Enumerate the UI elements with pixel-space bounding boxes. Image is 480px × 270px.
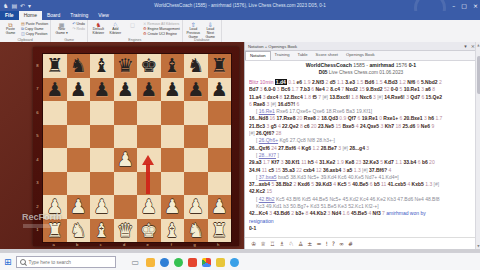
file-label-e: e bbox=[136, 242, 160, 247]
move[interactable]: 14.Rxe6! bbox=[384, 94, 405, 100]
move[interactable]: 4.Bd3 bbox=[384, 79, 398, 85]
Load Next Game-button[interactable]: ⇩Load Next Game bbox=[203, 21, 218, 39]
square-f3[interactable] bbox=[161, 172, 185, 196]
square-b2[interactable]: ♟ bbox=[67, 195, 91, 219]
move[interactable]: Rae8 bbox=[253, 101, 265, 107]
file-label-a: a bbox=[42, 242, 66, 247]
search-placeholder: Type here to search bbox=[29, 260, 71, 265]
piece-white-knight[interactable]: ♞ bbox=[70, 219, 87, 243]
square-h3[interactable] bbox=[208, 172, 232, 196]
Load Previous Game-button[interactable]: ⇧Load Previous Game bbox=[186, 21, 201, 39]
copy-position-icon: ◫ bbox=[21, 31, 25, 36]
move[interactable]: 44.Kb2 bbox=[310, 210, 326, 216]
scroll-up-icon[interactable]: ▲ bbox=[476, 43, 480, 47]
annotation: 1.3 bbox=[352, 167, 362, 173]
move[interactable]: 31.Ke2 bbox=[319, 159, 335, 165]
notation-tabs: NotationTrainingTableScore sheetOpenings… bbox=[245, 51, 480, 61]
start-button[interactable]: ⊞ bbox=[4, 257, 12, 267]
notation-symbol-button[interactable]: ± bbox=[307, 239, 312, 249]
move[interactable]: 29.a3 bbox=[249, 159, 262, 165]
square-c6[interactable] bbox=[90, 101, 114, 125]
move-line: 26...Qxf6 24 27.Bxf6 4 Kg6 1.2 28.Be7 3 … bbox=[249, 145, 473, 152]
move-line: [ 37.bxa5 bxa5 38.Kd3 Nc5+ 39.Kd4 Kc6 40… bbox=[249, 174, 473, 181]
notation-symbol-button[interactable]: ♖ bbox=[270, 239, 275, 249]
square-b4[interactable] bbox=[67, 148, 91, 172]
piece-black-king[interactable]: ♚ bbox=[140, 54, 157, 78]
square-a1[interactable]: ♜ bbox=[43, 219, 67, 243]
annotation: 20 bbox=[310, 123, 318, 129]
notation-symbol-button[interactable]: = bbox=[316, 239, 321, 249]
move[interactable]: 38.Bb2 bbox=[276, 181, 292, 187]
move[interactable]: Kxb5 bbox=[412, 181, 424, 187]
redo-button[interactable]: ↷Redo bbox=[72, 26, 85, 31]
move[interactable]: 19.Re1 bbox=[362, 115, 378, 121]
move[interactable]: 15.Qe2 bbox=[426, 94, 442, 100]
rank-label-2: 2 bbox=[34, 204, 41, 209]
piece-black-pawn[interactable]: ♟ bbox=[46, 78, 63, 102]
move[interactable]: Kd7 bbox=[384, 159, 393, 165]
move[interactable]: 35.a3 bbox=[282, 167, 295, 173]
move[interactable]: Rxe1+ bbox=[383, 115, 398, 121]
piece-black-pawn[interactable]: ♟ bbox=[70, 78, 87, 102]
blank-button[interactable]: ◻ bbox=[125, 21, 140, 28]
move[interactable]: 34.f4 bbox=[249, 167, 260, 173]
move-line: Blitz 10min 1.d4 0.1 e6 1.9 2.Nf3 2 d5 1… bbox=[249, 79, 473, 86]
annotation: 1.8 bbox=[350, 94, 360, 100]
maximize-button[interactable]: ▢ bbox=[461, 0, 467, 11]
move[interactable]: Nxc6 bbox=[360, 94, 372, 100]
move[interactable]: 3.e3 bbox=[345, 79, 355, 85]
scrollbar[interactable]: ▲ ▼ bbox=[475, 42, 480, 249]
move[interactable]: 40.Be5 bbox=[352, 181, 368, 187]
move[interactable]: Qf7 bbox=[348, 115, 356, 121]
square-a6[interactable] bbox=[43, 101, 67, 125]
move-line: 0-1 bbox=[249, 225, 473, 232]
square-d7[interactable]: ♟ bbox=[114, 78, 138, 102]
close-button[interactable]: × bbox=[473, 0, 478, 11]
move[interactable]: 22.Qe2 bbox=[282, 123, 298, 129]
scroll-down-icon[interactable]: ▼ bbox=[476, 244, 480, 248]
button-label: New Game ▾ bbox=[54, 28, 69, 36]
chess-board[interactable]: ♜♞♝♛♚♝♞♜♟♟♟♟♟♟♟♟♟♟♟♟♟♟♟♟♜♞♝♛♚♝♞♜ bbox=[42, 53, 232, 243]
square-c4[interactable] bbox=[90, 148, 114, 172]
piece-black-knight[interactable]: ♞ bbox=[187, 54, 204, 78]
ribbon-tab-board[interactable]: Board bbox=[42, 11, 65, 20]
piece-white-rook[interactable]: ♜ bbox=[211, 219, 228, 243]
notation-symbol-button[interactable]: ♗ bbox=[279, 239, 284, 249]
square-b8[interactable]: ♞ bbox=[67, 54, 91, 78]
adobe-icon[interactable] bbox=[188, 258, 197, 267]
piece-white-king[interactable]: ♚ bbox=[140, 219, 157, 243]
move[interactable]: Bc6 bbox=[281, 86, 290, 92]
square-h6[interactable] bbox=[208, 101, 232, 125]
move[interactable]: Nf3 bbox=[373, 210, 381, 216]
edge-icon[interactable] bbox=[160, 258, 169, 267]
move[interactable]: 39.Kd3 bbox=[315, 181, 331, 187]
square-d3[interactable] bbox=[114, 172, 138, 196]
move[interactable]: 25.d6 bbox=[403, 123, 416, 129]
move-line: 37...axb4 5 38.Bb2 2 Kxd6 5 39.Kd3 4 Kc5… bbox=[249, 181, 473, 188]
square-g5[interactable] bbox=[184, 125, 208, 149]
square-b6[interactable] bbox=[67, 101, 91, 125]
rank-label-7: 7 bbox=[34, 86, 41, 91]
minimize-button[interactable]: – bbox=[452, 0, 455, 11]
square-h1[interactable]: ♜ bbox=[208, 219, 232, 243]
move[interactable]: 1.d4 bbox=[275, 79, 287, 85]
task-view-icon[interactable]: ▭ bbox=[132, 258, 141, 267]
move[interactable]: cxb4 bbox=[303, 167, 314, 173]
square-c1[interactable]: ♝ bbox=[90, 219, 114, 243]
piece-black-pawn[interactable]: ♟ bbox=[187, 78, 204, 102]
Default Kibitzer-button[interactable]: ♞Default Kibitzer bbox=[91, 21, 106, 36]
move[interactable]: Kxd6 bbox=[298, 181, 310, 187]
scroll-thumb[interactable] bbox=[477, 56, 480, 94]
square-d6[interactable] bbox=[114, 101, 138, 125]
annotation: 16 bbox=[268, 115, 276, 121]
piece-white-rook[interactable]: ♜ bbox=[46, 219, 63, 243]
square-e2[interactable]: ♟ bbox=[137, 195, 161, 219]
event-name: Live Chess Chess.com bbox=[329, 70, 378, 75]
annotation: 0.1 bbox=[287, 79, 297, 85]
notation-symbol-button[interactable]: ! bbox=[325, 239, 327, 249]
ribbon-tab-training[interactable]: Training bbox=[65, 11, 93, 20]
piece-white-pawn[interactable]: ♟ bbox=[211, 195, 228, 219]
annotation: 11 bbox=[300, 159, 308, 165]
tab-notation[interactable]: Notation bbox=[245, 51, 271, 60]
annotation[interactable]: 37.bxa5 bbox=[259, 174, 277, 180]
square-c8[interactable]: ♝ bbox=[90, 54, 114, 78]
taskbar-search[interactable]: Type here to search bbox=[16, 256, 116, 268]
file-explorer-icon[interactable] bbox=[146, 258, 155, 267]
square-e1[interactable]: ♚ bbox=[137, 219, 161, 243]
notation-symbol-button[interactable]: ♔ bbox=[251, 239, 256, 249]
move-line: [ 16.Re1 Rxe6 17.Qxe6+ Qxe6 18.Rxe6 Ba3 … bbox=[249, 108, 473, 115]
move[interactable]: 0-1 bbox=[249, 225, 256, 231]
board-icon[interactable]: ▤ bbox=[11, 2, 17, 9]
dock-icon[interactable]: ▾ bbox=[464, 42, 467, 51]
annotation[interactable]: 26.Qh6+ bbox=[259, 137, 278, 143]
square-h8[interactable]: ♜ bbox=[208, 54, 232, 78]
piece-white-pawn[interactable]: ♟ bbox=[117, 148, 134, 172]
telegram-icon[interactable] bbox=[230, 258, 239, 267]
move-line: 42...Kc4 3 43.Bd6 2 b3+ 8 44.Kb2 3 Nd4 1… bbox=[249, 210, 473, 217]
ribbon-group-database: ⇧Load Previous Game⇩Load Next GameDataba… bbox=[183, 20, 222, 42]
move[interactable]: 41.cxb5 bbox=[388, 181, 406, 187]
square-f6[interactable] bbox=[161, 101, 185, 125]
square-a3[interactable] bbox=[43, 172, 67, 196]
move[interactable]: 23.Ne5 bbox=[318, 123, 334, 129]
piece-white-pawn[interactable]: ♟ bbox=[140, 195, 157, 219]
square-a8[interactable]: ♜ bbox=[43, 54, 67, 78]
move[interactable]: Ne4 bbox=[315, 86, 324, 92]
whatsapp-icon[interactable] bbox=[174, 258, 183, 267]
move[interactable]: 36.axb4 bbox=[323, 167, 341, 173]
move[interactable]: 12.Bxc4 bbox=[284, 94, 303, 100]
square-h5[interactable] bbox=[208, 125, 232, 149]
chrome-icon[interactable] bbox=[202, 258, 211, 267]
piece-white-bishop[interactable]: ♝ bbox=[164, 219, 181, 243]
square-e8[interactable]: ♚ bbox=[137, 54, 161, 78]
app-logo-icon[interactable]: ♞ bbox=[3, 2, 8, 9]
move[interactable]: 6.0-0 bbox=[264, 86, 275, 92]
move[interactable]: 26...Qxf6 bbox=[249, 145, 270, 151]
square-b1[interactable]: ♞ bbox=[67, 219, 91, 243]
rank-label-4: 4 bbox=[34, 157, 41, 162]
create-uci-engine-button[interactable]: ⚙Create UCI Engine bbox=[143, 31, 180, 36]
move[interactable]: b3+ bbox=[295, 210, 304, 216]
tab-table[interactable]: Table bbox=[294, 51, 312, 60]
move[interactable]: Nd4 bbox=[332, 210, 341, 216]
piece-black-rook[interactable]: ♜ bbox=[46, 54, 63, 78]
black-elo: 1576 bbox=[396, 62, 408, 68]
piece-white-bishop[interactable]: ♝ bbox=[93, 219, 110, 243]
annotation: 1.2 bbox=[311, 145, 321, 151]
move[interactable]: 42.Kc2 bbox=[249, 188, 265, 194]
square-b7[interactable]: ♟ bbox=[67, 78, 91, 102]
notation-symbol-button[interactable]: ∞ bbox=[339, 239, 344, 249]
annotation: ] bbox=[276, 152, 279, 158]
annotation[interactable]: 42.Bb2 bbox=[259, 196, 275, 202]
square-f5[interactable] bbox=[161, 125, 185, 149]
tab-training[interactable]: Training bbox=[271, 51, 294, 60]
move[interactable]: 42...Kc4 bbox=[249, 210, 268, 216]
ribbon-tab-view[interactable]: View bbox=[93, 11, 114, 20]
piece-white-pawn[interactable]: ♟ bbox=[93, 195, 110, 219]
square-g8[interactable]: ♞ bbox=[184, 54, 208, 78]
game-header-event: D05 Live Chess Chess.com 01.06.2023 bbox=[245, 70, 477, 75]
button-label: Add Kibitzer bbox=[108, 28, 123, 36]
piece-black-pawn[interactable]: ♟ bbox=[211, 78, 228, 102]
square-f1[interactable]: ♝ bbox=[161, 219, 185, 243]
move[interactable]: 0-0 bbox=[391, 86, 398, 92]
square-f2[interactable]: ♟ bbox=[161, 195, 185, 219]
square-e5[interactable] bbox=[137, 125, 161, 149]
square-g7[interactable]: ♟ bbox=[184, 78, 208, 102]
piece-white-knight[interactable]: ♞ bbox=[187, 219, 204, 243]
piece-white-pawn[interactable]: ♟ bbox=[187, 195, 204, 219]
square-d4[interactable]: ♟ bbox=[114, 148, 138, 172]
annotation: 1.6 bbox=[341, 210, 351, 216]
file-label-c: c bbox=[89, 242, 113, 247]
piece-black-bishop[interactable]: ♝ bbox=[164, 54, 181, 78]
game-result: 0-1 bbox=[409, 62, 417, 68]
move-line: Bd7 3 6.0-0 3 Bc6 1.7 7.b3 6 Ne4 2 8.c4 … bbox=[249, 86, 473, 93]
move[interactable]: Nxd2 bbox=[346, 86, 358, 92]
square-f7[interactable]: ♟ bbox=[161, 78, 185, 102]
square-c5[interactable] bbox=[90, 125, 114, 149]
piece-black-pawn[interactable]: ♟ bbox=[117, 78, 134, 102]
piece-white-pawn[interactable]: ♟ bbox=[70, 195, 87, 219]
square-d8[interactable]: ♛ bbox=[114, 54, 138, 78]
move[interactable]: Kg6 bbox=[302, 145, 311, 151]
move[interactable]: 9.Bxd2 bbox=[366, 86, 382, 92]
square-a5[interactable] bbox=[43, 125, 67, 149]
notation-symbol-button[interactable]: ♘ bbox=[289, 239, 294, 249]
square-c2[interactable]: ♟ bbox=[90, 195, 114, 219]
move[interactable]: Ne6 bbox=[421, 123, 430, 129]
tab-openings-book[interactable]: Openings Book bbox=[342, 51, 379, 60]
move[interactable]: 16.d5?! bbox=[278, 101, 296, 107]
square-c7[interactable]: ♟ bbox=[90, 78, 114, 102]
move[interactable]: 7.b3 bbox=[300, 86, 310, 92]
notation-symbol-button[interactable]: ♙ bbox=[298, 239, 303, 249]
piece-black-pawn[interactable]: ♟ bbox=[164, 78, 181, 102]
annotation: [#] bbox=[271, 101, 278, 107]
tab-score-sheet[interactable]: Score sheet bbox=[312, 51, 342, 60]
move[interactable]: 20.Bxe1 bbox=[404, 115, 423, 121]
undo-icon[interactable]: ↶ bbox=[20, 2, 25, 9]
move[interactable]: 45.Be5 bbox=[351, 210, 367, 216]
notation-symbol-button[interactable]: ♕ bbox=[260, 239, 265, 249]
square-a4[interactable] bbox=[43, 148, 67, 172]
move[interactable]: 28...g4 bbox=[349, 145, 365, 151]
recorder-watermark-subline bbox=[23, 224, 59, 228]
game-date: 01.06.2023 bbox=[379, 70, 403, 75]
square-h2[interactable]: ♟ bbox=[208, 195, 232, 219]
move[interactable]: Bd6 bbox=[365, 79, 374, 85]
square-d5[interactable] bbox=[114, 125, 138, 149]
annotation: 1.1 bbox=[394, 159, 404, 165]
annotation[interactable]: 16.Re1 bbox=[259, 108, 275, 114]
piece-black-bishop[interactable]: ♝ bbox=[93, 54, 110, 78]
annotation: Kg6 27.Qc8 Nf8 28.h3+-] bbox=[278, 137, 335, 143]
square-d2[interactable] bbox=[114, 195, 138, 219]
piece-white-queen[interactable]: ♛ bbox=[117, 219, 134, 243]
annotation: 1.7 bbox=[434, 115, 442, 121]
move-list[interactable]: Blitz 10min 1.d4 0.1 e6 1.9 2.Nf3 2 d5 1… bbox=[249, 79, 473, 239]
copy-position-button[interactable]: ◫Copy Position bbox=[21, 31, 48, 36]
move[interactable]: 16...Nd8 bbox=[249, 115, 268, 121]
square-g1[interactable]: ♞ bbox=[184, 219, 208, 243]
move[interactable]: Bxe5 bbox=[342, 123, 354, 129]
button-label: Paste Game bbox=[3, 28, 18, 36]
ribbon-group-engines: ♞Default Kibitzer♘Add Kibitzer◻×Remove A… bbox=[88, 20, 183, 42]
move[interactable]: Kh7 bbox=[385, 123, 394, 129]
move[interactable]: Qd7 bbox=[410, 94, 420, 100]
taskbar-icons: ▭ bbox=[132, 258, 239, 267]
blank-icon: ◻ bbox=[130, 21, 135, 28]
annotation: 3 bbox=[365, 145, 369, 151]
square-g6[interactable] bbox=[184, 101, 208, 125]
move[interactable]: 17.Rxe8 bbox=[277, 115, 296, 121]
piece-black-pawn[interactable]: ♟ bbox=[140, 78, 157, 102]
square-b5[interactable] bbox=[67, 125, 91, 149]
notation-symbol-button[interactable]: # bbox=[348, 239, 353, 249]
move[interactable]: 26.Qf6? bbox=[256, 130, 274, 136]
mail-icon[interactable] bbox=[216, 258, 225, 267]
black-player: amirhmad bbox=[369, 62, 394, 68]
square-g2[interactable]: ♟ bbox=[184, 195, 208, 219]
square-a7[interactable]: ♟ bbox=[43, 78, 67, 102]
annotation: bxa5 38.Kd3 Nc5+ 39.Kd4 Kc6 40.Ke5 Nd7+ … bbox=[277, 174, 399, 180]
square-c3[interactable] bbox=[90, 172, 114, 196]
move[interactable]: 37.Bf6? bbox=[369, 167, 387, 173]
annotation: 24 bbox=[270, 145, 278, 151]
move[interactable]: 37...axb4 bbox=[249, 181, 270, 187]
move[interactable]: 21.Bc3 bbox=[249, 123, 265, 129]
dropdown-icon[interactable]: ▾ bbox=[28, 2, 31, 9]
piece-black-pawn[interactable]: ♟ bbox=[93, 78, 110, 102]
annotation: 23 bbox=[354, 159, 362, 165]
Add Kibitzer-button[interactable]: ♘Add Kibitzer bbox=[108, 21, 123, 36]
annotation: 6 bbox=[295, 101, 299, 107]
piece-white-pawn[interactable]: ♟ bbox=[164, 195, 181, 219]
move[interactable]: 8.c4 bbox=[330, 86, 340, 92]
white-elo: 1585 bbox=[353, 62, 365, 68]
annotation: 1.3 bbox=[424, 181, 434, 187]
ribbon-tab-file[interactable]: File bbox=[0, 11, 19, 20]
button-label: Default Kibitzer bbox=[91, 28, 106, 36]
square-d1[interactable]: ♛ bbox=[114, 219, 138, 243]
annotation: amirhmad won by bbox=[386, 210, 425, 216]
move[interactable]: 28.Be7 bbox=[321, 145, 337, 151]
move[interactable]: 2.Nf3 bbox=[312, 79, 324, 85]
square-e6[interactable] bbox=[137, 101, 161, 125]
square-b3[interactable] bbox=[67, 172, 91, 196]
file-label-b: b bbox=[66, 242, 90, 247]
move[interactable]: 30.Kf1 bbox=[285, 159, 300, 165]
move[interactable]: Rxe8 bbox=[304, 115, 316, 121]
annotation: 0.9 bbox=[338, 115, 348, 121]
notation-panel: Notation + Openings Book ▾× NotationTrai… bbox=[244, 42, 480, 249]
move-line: 6 Rae8 3 [#] 16.d5?! 6 bbox=[249, 101, 473, 108]
square-g4[interactable] bbox=[184, 148, 208, 172]
piece-black-queen[interactable]: ♛ bbox=[117, 54, 134, 78]
window-controls: –▢× bbox=[452, 0, 478, 11]
move[interactable]: Ke8 bbox=[345, 159, 354, 165]
move[interactable]: dxc4 bbox=[267, 94, 278, 100]
square-h4[interactable] bbox=[208, 148, 232, 172]
move[interactable]: 33.b4 bbox=[404, 159, 417, 165]
move[interactable]: 5.Nbd2 bbox=[421, 79, 438, 85]
square-h7[interactable]: ♟ bbox=[208, 78, 232, 102]
move[interactable]: 18.Qd3 bbox=[321, 115, 338, 121]
piece-black-knight[interactable]: ♞ bbox=[70, 54, 87, 78]
Paste Game-button[interactable]: ⧉Paste Game bbox=[3, 21, 18, 36]
square-g3[interactable] bbox=[184, 172, 208, 196]
move[interactable]: 10.Re1 bbox=[404, 86, 420, 92]
square-f4[interactable] bbox=[161, 148, 185, 172]
annotation: resignation bbox=[249, 218, 273, 224]
move[interactable]: 24.Qxe5 bbox=[360, 123, 379, 129]
ribbon-tab-home[interactable]: Home bbox=[19, 11, 42, 20]
annotation: 1.7 bbox=[290, 86, 300, 92]
notation-panel-header[interactable]: Notation + Openings Book bbox=[245, 42, 480, 51]
square-e7[interactable]: ♟ bbox=[137, 78, 161, 102]
move-line: 34.f4 11 c5 15 35.a3 22 cxb4 12 36.axb4 … bbox=[249, 167, 473, 174]
square-f8[interactable]: ♝ bbox=[161, 54, 185, 78]
move-line: [ 26.Qh6+ Kg6 27.Qc8 Nf8 28.h3+-] bbox=[249, 137, 473, 144]
move[interactable]: 11.a4 bbox=[249, 94, 261, 100]
annotation: 1.1 bbox=[336, 79, 346, 85]
New Game-button[interactable]: ▦New Game ▾ bbox=[54, 21, 69, 36]
move[interactable]: 32.Ke3 bbox=[363, 159, 379, 165]
annotation: 28 bbox=[274, 130, 281, 136]
annotation: 15 bbox=[265, 188, 272, 194]
move-line: 21.Bc3 3 g5 4 22.Qe2 8 c6 20 23.Ne5 15 B… bbox=[249, 123, 473, 130]
button-label: Copy Position bbox=[26, 32, 48, 36]
move[interactable]: 27.Bxf6 bbox=[278, 145, 296, 151]
recorder-watermark: RecForth bbox=[22, 212, 62, 222]
piece-black-rook[interactable]: ♜ bbox=[211, 54, 228, 78]
move-line: resignation bbox=[249, 218, 473, 225]
annotation: 9 bbox=[430, 123, 434, 129]
notation-symbol-button[interactable]: ? bbox=[332, 239, 335, 249]
move[interactable]: 43.Bd6 bbox=[273, 210, 289, 216]
move[interactable]: 13.Bxc6! bbox=[329, 94, 350, 100]
move[interactable]: Kc5 bbox=[337, 181, 346, 187]
annotation[interactable]: 28...Kf7 bbox=[259, 152, 276, 158]
